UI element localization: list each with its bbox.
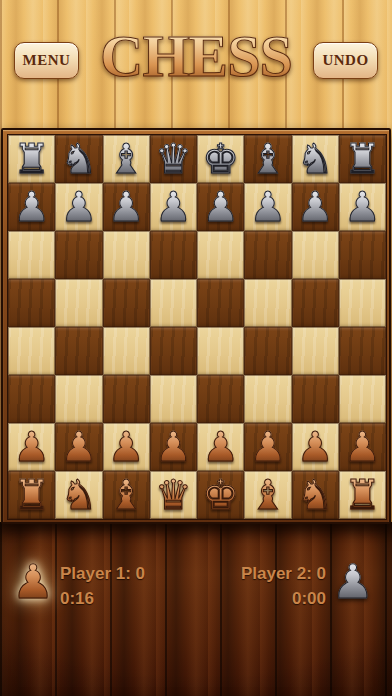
- square-f1[interactable]: ♝: [244, 471, 291, 519]
- square-g1[interactable]: ♞: [292, 471, 339, 519]
- undo-button[interactable]: UNDO: [313, 42, 378, 79]
- white-knight: ♞: [60, 475, 97, 516]
- square-f6[interactable]: [244, 231, 291, 279]
- player1-score: Player 1: 0: [60, 564, 145, 584]
- square-e4[interactable]: [197, 327, 244, 375]
- square-f2[interactable]: ♟: [244, 423, 291, 471]
- black-pawn-icon: ♟: [332, 558, 374, 605]
- black-rook: ♜: [13, 139, 50, 180]
- white-pawn: ♟: [60, 427, 97, 468]
- square-c5[interactable]: [103, 279, 150, 327]
- black-knight: ♞: [297, 139, 334, 180]
- square-g2[interactable]: ♟: [292, 423, 339, 471]
- black-bishop: ♝: [249, 139, 286, 180]
- square-h3[interactable]: [339, 375, 386, 423]
- square-h1[interactable]: ♜: [339, 471, 386, 519]
- square-a4[interactable]: [8, 327, 55, 375]
- square-g8[interactable]: ♞: [292, 135, 339, 183]
- square-b5[interactable]: [55, 279, 102, 327]
- player2-clock: 0:00: [241, 589, 326, 609]
- square-g6[interactable]: [292, 231, 339, 279]
- black-pawn: ♟: [155, 187, 192, 228]
- player1-clock: 0:16: [60, 589, 145, 609]
- white-pawn: ♟: [108, 427, 145, 468]
- square-a6[interactable]: [8, 231, 55, 279]
- square-a2[interactable]: ♟: [8, 423, 55, 471]
- black-pawn: ♟: [344, 187, 381, 228]
- square-b4[interactable]: [55, 327, 102, 375]
- square-b7[interactable]: ♟: [55, 183, 102, 231]
- status-bar: ♟ Player 1: 0 0:16 Player 2: 0 0:00 ♟: [0, 524, 392, 624]
- square-g4[interactable]: [292, 327, 339, 375]
- chess-board-frame: ♜♞♝♛♚♝♞♜♟♟♟♟♟♟♟♟♟♟♟♟♟♟♟♟♜♞♝♛♚♝♞♜: [1, 128, 391, 524]
- square-c2[interactable]: ♟: [103, 423, 150, 471]
- square-a3[interactable]: [8, 375, 55, 423]
- square-e6[interactable]: [197, 231, 244, 279]
- square-c1[interactable]: ♝: [103, 471, 150, 519]
- square-b6[interactable]: [55, 231, 102, 279]
- square-f7[interactable]: ♟: [244, 183, 291, 231]
- square-e1[interactable]: ♚: [197, 471, 244, 519]
- white-king: ♚: [202, 475, 239, 516]
- square-e3[interactable]: [197, 375, 244, 423]
- white-queen: ♛: [155, 475, 192, 516]
- square-d2[interactable]: ♟: [150, 423, 197, 471]
- white-bishop: ♝: [108, 475, 145, 516]
- white-pawn: ♟: [155, 427, 192, 468]
- white-pawn: ♟: [13, 427, 50, 468]
- square-g5[interactable]: [292, 279, 339, 327]
- square-h4[interactable]: [339, 327, 386, 375]
- white-rook: ♜: [344, 475, 381, 516]
- white-bishop: ♝: [249, 475, 286, 516]
- square-d5[interactable]: [150, 279, 197, 327]
- chess-board: ♜♞♝♛♚♝♞♜♟♟♟♟♟♟♟♟♟♟♟♟♟♟♟♟♜♞♝♛♚♝♞♜: [7, 134, 387, 520]
- player2-score: Player 2: 0: [241, 564, 326, 584]
- square-e8[interactable]: ♚: [197, 135, 244, 183]
- square-h8[interactable]: ♜: [339, 135, 386, 183]
- square-e2[interactable]: ♟: [197, 423, 244, 471]
- player2-info: Player 2: 0 0:00: [241, 564, 326, 609]
- square-b2[interactable]: ♟: [55, 423, 102, 471]
- black-queen: ♛: [155, 139, 192, 180]
- square-e5[interactable]: [197, 279, 244, 327]
- black-pawn: ♟: [297, 187, 334, 228]
- white-pawn-icon: ♟: [12, 558, 54, 605]
- black-bishop: ♝: [108, 139, 145, 180]
- square-h7[interactable]: ♟: [339, 183, 386, 231]
- square-a1[interactable]: ♜: [8, 471, 55, 519]
- black-rook: ♜: [344, 139, 381, 180]
- square-g7[interactable]: ♟: [292, 183, 339, 231]
- black-king: ♚: [202, 139, 239, 180]
- square-a8[interactable]: ♜: [8, 135, 55, 183]
- square-c7[interactable]: ♟: [103, 183, 150, 231]
- square-c8[interactable]: ♝: [103, 135, 150, 183]
- white-rook: ♜: [13, 475, 50, 516]
- square-g3[interactable]: [292, 375, 339, 423]
- square-b3[interactable]: [55, 375, 102, 423]
- square-h2[interactable]: ♟: [339, 423, 386, 471]
- square-d4[interactable]: [150, 327, 197, 375]
- player1-info: Player 1: 0 0:16: [60, 564, 145, 609]
- black-pawn: ♟: [249, 187, 286, 228]
- black-pawn: ♟: [13, 187, 50, 228]
- square-f4[interactable]: [244, 327, 291, 375]
- square-c3[interactable]: [103, 375, 150, 423]
- square-d1[interactable]: ♛: [150, 471, 197, 519]
- square-d7[interactable]: ♟: [150, 183, 197, 231]
- black-pawn: ♟: [60, 187, 97, 228]
- square-f3[interactable]: [244, 375, 291, 423]
- square-d3[interactable]: [150, 375, 197, 423]
- square-d8[interactable]: ♛: [150, 135, 197, 183]
- square-e7[interactable]: ♟: [197, 183, 244, 231]
- square-f5[interactable]: [244, 279, 291, 327]
- square-c4[interactable]: [103, 327, 150, 375]
- square-b8[interactable]: ♞: [55, 135, 102, 183]
- white-pawn: ♟: [249, 427, 286, 468]
- square-a5[interactable]: [8, 279, 55, 327]
- white-pawn: ♟: [202, 427, 239, 468]
- white-knight: ♞: [297, 475, 334, 516]
- square-h6[interactable]: [339, 231, 386, 279]
- white-pawn: ♟: [344, 427, 381, 468]
- black-pawn: ♟: [108, 187, 145, 228]
- square-d6[interactable]: [150, 231, 197, 279]
- square-a7[interactable]: ♟: [8, 183, 55, 231]
- square-c6[interactable]: [103, 231, 150, 279]
- black-knight: ♞: [60, 139, 97, 180]
- black-pawn: ♟: [202, 187, 239, 228]
- square-h5[interactable]: [339, 279, 386, 327]
- white-pawn: ♟: [297, 427, 334, 468]
- square-f8[interactable]: ♝: [244, 135, 291, 183]
- square-b1[interactable]: ♞: [55, 471, 102, 519]
